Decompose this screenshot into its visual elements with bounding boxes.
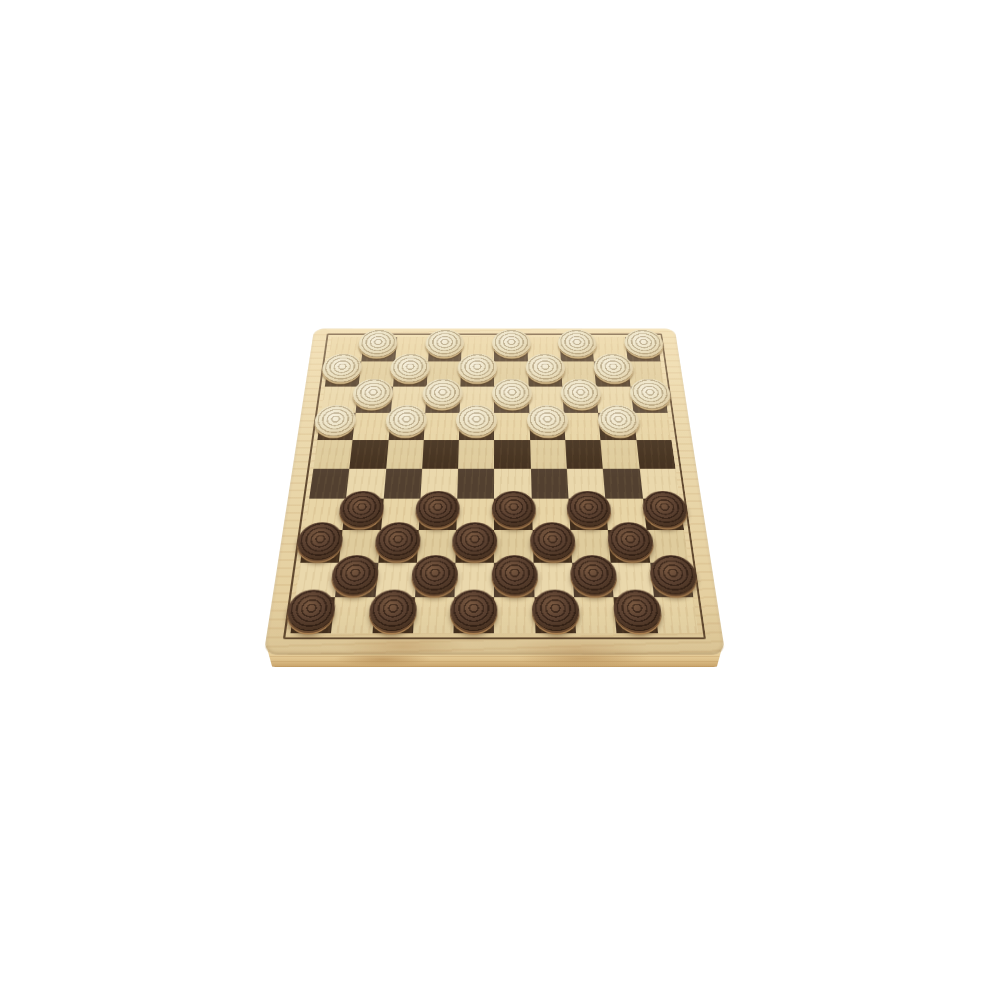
walnut-piece-b2[interactable] [330,555,380,594]
cream-piece-i7[interactable] [596,405,640,436]
walnut-piece-d2[interactable] [411,555,459,594]
cream-piece-b8[interactable] [352,378,395,408]
walnut-piece-f4[interactable] [491,491,535,527]
walnut-piece-c3[interactable] [374,522,421,559]
cream-piece-g7[interactable] [527,405,569,436]
walnut-piece-b4[interactable] [338,491,385,527]
walnut-piece-i1[interactable] [612,589,663,630]
cream-piece-i9[interactable] [592,353,634,382]
product-photo [0,0,990,990]
checkers-board [264,328,726,654]
cream-piece-c9[interactable] [389,353,430,382]
cream-piece-d8[interactable] [422,378,463,408]
cream-piece-g9[interactable] [525,353,565,382]
walnut-piece-h2[interactable] [570,555,619,594]
cream-piece-d10[interactable] [425,329,465,356]
board-scene [292,269,697,674]
cream-piece-e9[interactable] [458,353,498,382]
walnut-piece-c1[interactable] [368,589,418,630]
walnut-piece-i3[interactable] [606,522,654,559]
walnut-piece-g1[interactable] [531,589,580,630]
walnut-piece-e3[interactable] [452,522,497,559]
cream-piece-f8[interactable] [492,378,532,408]
cream-piece-c7[interactable] [384,405,427,436]
walnut-piece-f2[interactable] [491,555,538,594]
cream-piece-e7[interactable] [456,405,497,436]
cream-piece-h8[interactable] [560,378,602,408]
cream-piece-b10[interactable] [358,329,399,356]
walnut-piece-g3[interactable] [530,522,576,559]
cream-piece-f10[interactable] [492,329,531,356]
walnut-piece-h4[interactable] [566,491,612,527]
pieces-layer [290,337,698,633]
walnut-piece-e1[interactable] [450,589,498,630]
walnut-piece-d4[interactable] [415,491,460,527]
cream-piece-h10[interactable] [557,329,597,356]
